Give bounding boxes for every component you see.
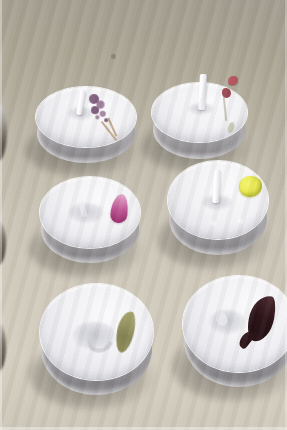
- partial-candle-sliver-middle: [0, 221, 6, 265]
- wax-highlight: [236, 217, 245, 225]
- candle-bottom-left: [40, 284, 153, 396]
- partial-candle-sliver-bottom: [0, 323, 6, 371]
- candle-top-left: [36, 87, 136, 163]
- candle-bottom-right: [183, 276, 287, 388]
- background-speck: [111, 54, 116, 59]
- red-dried-flower: [221, 76, 241, 104]
- candle-photo: [0, 0, 287, 430]
- wax-highlight: [208, 219, 218, 227]
- candle-top-right: [152, 83, 247, 159]
- candle-middle-left: [40, 177, 140, 264]
- partial-candle-sliver-top: [0, 104, 7, 161]
- candle-middle-right: [168, 161, 268, 256]
